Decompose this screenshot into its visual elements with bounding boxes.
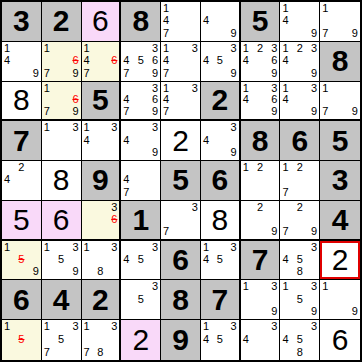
candidate-3: 3 — [147, 242, 159, 254]
solved-digit: 6 — [53, 205, 70, 235]
eliminated-candidate-6: 6 — [106, 213, 117, 225]
pencil-marks: 1357 — [42, 320, 81, 360]
candidate-7: 7 — [163, 225, 175, 237]
candidate-7: 7 — [163, 67, 175, 79]
cell-r7c6[interactable]: 1345 — [201, 241, 241, 281]
candidate-3: 3 — [186, 83, 198, 95]
candidate-8: 8 — [294, 266, 306, 278]
pencil-marks: 1476 — [82, 42, 120, 81]
candidate-9: 9 — [147, 106, 159, 118]
cell-r9c9[interactable]: 6 — [320, 320, 360, 360]
cell-r9c8[interactable]: 3458 — [280, 320, 320, 360]
candidate-6: 6 — [266, 94, 278, 106]
eliminated-candidate-6: 6 — [67, 94, 79, 106]
candidate-4: 4 — [243, 333, 255, 345]
cell-r7c1[interactable]: 195 — [2, 241, 42, 281]
solved-digit: 6 — [92, 6, 109, 36]
cell-r2c3[interactable]: 1476 — [82, 42, 122, 82]
candidate-2: 2 — [254, 43, 266, 55]
candidate-6: 6 — [266, 55, 278, 67]
given-digit: 3 — [332, 165, 349, 195]
candidate-1: 1 — [4, 43, 16, 55]
cell-r9c7[interactable]: 34 — [241, 320, 281, 360]
candidate-4: 4 — [123, 55, 135, 67]
candidate-5: 5 — [214, 333, 225, 345]
candidate-1: 1 — [84, 321, 95, 333]
cell-r4c7[interactable]: 8 — [241, 121, 281, 161]
given-digit: 6 — [13, 285, 30, 315]
given-digit: 6 — [172, 245, 189, 275]
candidate-2: 2 — [294, 202, 306, 214]
solved-digit: 8 — [211, 205, 228, 235]
candidate-3: 3 — [306, 242, 318, 254]
cell-r3c2[interactable]: 1796 — [42, 82, 82, 122]
candidate-3: 3 — [186, 43, 198, 55]
given-digit: 8 — [332, 46, 349, 76]
pencil-marks: 24 — [2, 161, 41, 200]
candidate-1: 1 — [84, 242, 95, 254]
given-digit: 1 — [132, 205, 149, 235]
candidate-1: 1 — [243, 43, 255, 55]
cell-r1c2[interactable]: 2 — [42, 2, 82, 42]
candidate-1: 1 — [282, 43, 294, 55]
candidate-3: 3 — [225, 321, 236, 333]
cell-r2c5[interactable]: 1347 — [161, 42, 201, 82]
candidate-4: 4 — [163, 15, 175, 27]
cell-r8c9[interactable]: 19 — [320, 280, 360, 320]
cell-r4c1[interactable]: 7 — [2, 121, 42, 161]
given-digit: 7 — [211, 285, 228, 315]
candidate-1: 1 — [163, 83, 175, 95]
cell-r6c3[interactable]: 36 — [82, 201, 122, 241]
candidate-4: 4 — [4, 55, 16, 67]
candidate-9: 9 — [306, 305, 318, 317]
candidate-1: 1 — [243, 162, 255, 174]
pencil-marks: 19 — [320, 280, 360, 319]
cell-r7c4[interactable]: 345 — [121, 241, 161, 281]
candidate-9: 9 — [225, 67, 236, 79]
cell-r3c9[interactable]: 179 — [320, 82, 360, 122]
cell-r8c6[interactable]: 7 — [201, 280, 241, 320]
solved-digit: 2 — [172, 126, 189, 156]
pencil-marks: 1359 — [280, 280, 319, 319]
pencil-marks: 138 — [82, 241, 120, 280]
candidate-4: 4 — [4, 174, 16, 186]
cell-r4c3[interactable]: 134 — [82, 121, 122, 161]
candidate-9: 9 — [266, 106, 278, 118]
candidate-7: 7 — [282, 225, 294, 237]
pencil-marks: 195 — [2, 241, 41, 280]
candidate-1: 1 — [44, 122, 56, 134]
given-digit: 9 — [92, 165, 109, 195]
cell-r7c8[interactable]: 3458 — [280, 241, 320, 281]
cell-r2c9[interactable]: 8 — [320, 42, 360, 82]
candidate-9: 9 — [266, 305, 278, 317]
candidate-3: 3 — [147, 281, 159, 293]
cell-r9c6[interactable]: 1345 — [201, 320, 241, 360]
candidate-4: 4 — [84, 55, 95, 67]
cell-r3c7[interactable]: 13469 — [241, 82, 281, 122]
candidate-1: 1 — [282, 162, 294, 174]
pencil-marks: 349 — [121, 121, 160, 160]
cell-r9c5[interactable]: 9 — [161, 320, 201, 360]
cell-r2c4[interactable]: 345679 — [121, 42, 161, 82]
pencil-marks: 139 — [241, 280, 280, 319]
pencil-marks: 12349 — [280, 42, 319, 81]
candidate-4: 4 — [203, 55, 214, 67]
cell-r1c6[interactable]: 49 — [201, 2, 241, 42]
pencil-marks: 147 — [161, 2, 200, 41]
candidate-5: 5 — [294, 254, 306, 266]
cell-r3c4[interactable]: 34679 — [121, 82, 161, 122]
solved-digit: 6 — [332, 325, 349, 355]
candidate-4: 4 — [203, 254, 214, 266]
candidate-2: 2 — [294, 162, 306, 174]
pencil-marks: 1796 — [42, 42, 81, 81]
given-digit: 7 — [252, 245, 269, 275]
cell-r6c6[interactable]: 8 — [201, 201, 241, 241]
pencil-marks: 49 — [201, 2, 239, 41]
pencil-marks: 1359 — [42, 241, 81, 280]
candidate-7: 7 — [123, 106, 135, 118]
candidate-2: 2 — [294, 43, 306, 55]
eliminated-candidate-6: 6 — [106, 55, 117, 67]
cell-r5c9[interactable]: 3 — [320, 161, 360, 201]
cell-r2c6[interactable]: 3459 — [201, 42, 241, 82]
solved-digit: 2 — [332, 245, 349, 275]
candidate-3: 3 — [147, 43, 159, 55]
eliminated-candidate-5: 5 — [16, 333, 28, 345]
cell-r4c6[interactable]: 349 — [201, 121, 241, 161]
candidate-8: 8 — [294, 346, 306, 358]
candidate-4: 4 — [282, 55, 294, 67]
cell-r2c1[interactable]: 149 — [2, 42, 42, 82]
given-digit: 5 — [332, 126, 349, 156]
given-digit: 4 — [53, 285, 70, 315]
cell-r8c4[interactable]: 35 — [121, 280, 161, 320]
candidate-3: 3 — [306, 43, 318, 55]
pencil-marks: 349 — [201, 121, 239, 160]
candidate-7: 7 — [163, 106, 175, 118]
candidate-1: 1 — [322, 281, 334, 293]
solved-digit: 5 — [13, 205, 30, 235]
candidate-4: 4 — [282, 15, 294, 27]
solved-digit: 2 — [132, 325, 149, 355]
candidate-9: 9 — [306, 27, 318, 39]
pencil-marks: 1347 — [161, 42, 200, 81]
candidate-9: 9 — [225, 27, 236, 39]
cell-r5c4[interactable]: 47 — [121, 161, 161, 201]
candidate-3: 3 — [225, 43, 236, 55]
cell-r1c4[interactable]: 8 — [121, 2, 161, 42]
candidate-5: 5 — [135, 55, 147, 67]
candidate-3: 3 — [106, 122, 117, 134]
cell-r8c5[interactable]: 8 — [161, 280, 201, 320]
candidate-1: 1 — [322, 3, 334, 15]
candidate-3: 3 — [266, 321, 278, 333]
given-digit: 5 — [172, 165, 189, 195]
candidate-7: 7 — [123, 186, 135, 198]
given-digit: 4 — [332, 205, 349, 235]
candidate-9: 9 — [346, 305, 358, 317]
cell-r2c8[interactable]: 12349 — [280, 42, 320, 82]
cell-r6c4[interactable]: 1 — [121, 201, 161, 241]
cell-r2c7[interactable]: 123469 — [241, 42, 281, 82]
candidate-3: 3 — [67, 321, 79, 333]
cell-r4c9[interactable]: 5 — [320, 121, 360, 161]
candidate-4: 4 — [203, 15, 214, 27]
candidate-1: 1 — [282, 281, 294, 293]
candidate-1: 1 — [44, 242, 56, 254]
given-digit: 8 — [172, 285, 189, 315]
pencil-marks: 149 — [280, 2, 319, 41]
cell-r8c7[interactable]: 139 — [241, 280, 281, 320]
candidate-2: 2 — [16, 162, 28, 174]
cell-r5c6[interactable]: 6 — [201, 161, 241, 201]
cell-r3c3[interactable]: 5 — [82, 82, 122, 122]
cell-r4c4[interactable]: 349 — [121, 121, 161, 161]
candidate-9: 9 — [147, 67, 159, 79]
candidate-3: 3 — [225, 242, 236, 254]
pencil-marks: 134 — [82, 121, 120, 160]
given-digit: 2 — [53, 6, 70, 36]
cell-r8c2[interactable]: 4 — [42, 280, 82, 320]
pencil-marks: 179 — [320, 82, 360, 120]
pencil-marks: 3458 — [280, 241, 319, 280]
candidate-7: 7 — [44, 106, 56, 118]
candidate-4: 4 — [282, 333, 294, 345]
candidate-9: 9 — [147, 146, 159, 158]
pencil-marks: 37 — [161, 201, 200, 239]
candidate-1: 1 — [44, 83, 56, 95]
candidate-3: 3 — [147, 122, 159, 134]
cell-r3c1[interactable]: 8 — [2, 82, 42, 122]
given-digit: 6 — [291, 126, 308, 156]
candidate-5: 5 — [135, 293, 147, 305]
candidate-5: 5 — [55, 254, 67, 266]
candidate-1: 1 — [84, 43, 95, 55]
pencil-marks: 1378 — [82, 320, 120, 360]
cell-r6c9[interactable]: 4 — [320, 201, 360, 241]
cell-r8c8[interactable]: 1359 — [280, 280, 320, 320]
candidate-9: 9 — [346, 106, 358, 118]
pencil-marks: 47 — [121, 161, 160, 200]
cell-r6c8[interactable]: 279 — [280, 201, 320, 241]
candidate-4: 4 — [243, 94, 255, 106]
sudoku-board: 3268147495149179149179614763456791347345… — [0, 0, 362, 362]
candidate-4: 4 — [123, 94, 135, 106]
cell-r9c3[interactable]: 1378 — [82, 320, 122, 360]
candidate-7: 7 — [84, 346, 95, 358]
candidate-9: 9 — [306, 225, 318, 237]
pencil-marks: 1347 — [161, 82, 200, 120]
cell-r5c5[interactable]: 5 — [161, 161, 201, 201]
pencil-marks: 1349 — [280, 82, 319, 120]
candidate-9: 9 — [346, 27, 358, 39]
given-digit: 2 — [211, 85, 228, 115]
candidate-4: 4 — [282, 94, 294, 106]
cell-r7c2[interactable]: 1359 — [42, 241, 82, 281]
candidate-3: 3 — [266, 281, 278, 293]
pencil-marks: 29 — [241, 201, 280, 239]
cell-r3c8[interactable]: 1349 — [280, 82, 320, 122]
candidate-1: 1 — [4, 321, 16, 333]
candidate-3: 3 — [306, 321, 318, 333]
cell-r1c1[interactable]: 3 — [2, 2, 42, 42]
candidate-7: 7 — [322, 27, 334, 39]
candidate-2: 2 — [254, 162, 266, 174]
pencil-marks: 1345 — [201, 241, 239, 280]
cell-r1c8[interactable]: 149 — [280, 2, 320, 42]
pencil-marks: 15 — [2, 320, 41, 360]
cell-r3c6[interactable]: 2 — [201, 82, 241, 122]
pencil-marks: 35 — [121, 280, 160, 319]
candidate-1: 1 — [243, 83, 255, 95]
candidate-1: 1 — [4, 242, 16, 254]
given-digit: 7 — [13, 126, 30, 156]
candidate-3: 3 — [306, 83, 318, 95]
pencil-marks: 13 — [42, 121, 81, 160]
candidate-3: 3 — [147, 83, 159, 95]
cell-r7c7[interactable]: 7 — [241, 241, 281, 281]
pencil-marks: 3459 — [201, 42, 239, 81]
pencil-marks: 345679 — [121, 42, 160, 81]
candidate-3: 3 — [106, 242, 117, 254]
candidate-3: 3 — [225, 122, 236, 134]
candidate-5: 5 — [214, 254, 225, 266]
cell-r9c1[interactable]: 15 — [2, 320, 42, 360]
cell-r1c3[interactable]: 6 — [82, 2, 122, 42]
candidate-4: 4 — [203, 333, 214, 345]
cell-r3c5[interactable]: 1347 — [161, 82, 201, 122]
candidate-1: 1 — [163, 3, 175, 15]
candidate-5: 5 — [55, 333, 67, 345]
candidate-3: 3 — [306, 281, 318, 293]
pencil-marks: 179 — [320, 2, 360, 41]
candidate-9: 9 — [306, 67, 318, 79]
cell-r4c8[interactable]: 6 — [280, 121, 320, 161]
pencil-marks: 1345 — [201, 320, 239, 360]
cell-r8c3[interactable]: 2 — [82, 280, 122, 320]
candidate-5: 5 — [214, 55, 225, 67]
given-digit: 6 — [211, 165, 228, 195]
candidate-4: 4 — [243, 55, 255, 67]
pencil-marks: 3458 — [280, 320, 319, 360]
candidate-9: 9 — [266, 67, 278, 79]
candidate-7: 7 — [44, 346, 56, 358]
candidate-1: 1 — [44, 43, 56, 55]
cell-r1c7[interactable]: 5 — [241, 2, 281, 42]
candidate-7: 7 — [123, 67, 135, 79]
candidate-3: 3 — [266, 43, 278, 55]
cell-r9c4[interactable]: 2 — [121, 320, 161, 360]
candidate-4: 4 — [123, 174, 135, 186]
candidate-7: 7 — [163, 27, 175, 39]
candidate-9: 9 — [306, 106, 318, 118]
candidate-7: 7 — [322, 106, 334, 118]
cell-r7c5[interactable]: 6 — [161, 241, 201, 281]
candidate-1: 1 — [203, 242, 214, 254]
pencil-marks: 13469 — [241, 82, 280, 120]
pencil-marks: 345 — [121, 241, 160, 280]
candidate-5: 5 — [294, 333, 306, 345]
candidate-1: 1 — [282, 83, 294, 95]
candidate-6: 6 — [147, 94, 159, 106]
pencil-marks: 1796 — [42, 82, 81, 120]
pencil-marks: 36 — [82, 201, 120, 239]
candidate-3: 3 — [67, 242, 79, 254]
cell-r4c2[interactable]: 13 — [42, 121, 82, 161]
candidate-9: 9 — [266, 225, 278, 237]
candidate-1: 1 — [322, 83, 334, 95]
pencil-marks: 123469 — [241, 42, 280, 81]
cell-r5c7[interactable]: 12 — [241, 161, 281, 201]
candidate-1: 1 — [44, 321, 56, 333]
cell-r6c1[interactable]: 5 — [2, 201, 42, 241]
candidate-1: 1 — [163, 43, 175, 55]
candidate-5: 5 — [294, 293, 306, 305]
given-digit: 5 — [92, 85, 109, 115]
cell-r4c5[interactable]: 2 — [161, 121, 201, 161]
candidate-4: 4 — [163, 94, 175, 106]
cell-r6c5[interactable]: 37 — [161, 201, 201, 241]
cell-r1c9[interactable]: 179 — [320, 2, 360, 42]
candidate-1: 1 — [243, 281, 255, 293]
pencil-marks: 34 — [241, 320, 280, 360]
candidate-1: 1 — [84, 122, 95, 134]
candidate-7: 7 — [84, 67, 95, 79]
given-digit: 5 — [252, 6, 269, 36]
cell-r7c9[interactable]: 2 — [320, 241, 360, 281]
candidate-6: 6 — [147, 55, 159, 67]
cell-r5c3[interactable]: 9 — [82, 161, 122, 201]
candidate-3: 3 — [266, 83, 278, 95]
candidate-9: 9 — [27, 67, 39, 79]
candidate-4: 4 — [84, 134, 95, 146]
cell-r5c2[interactable]: 8 — [42, 161, 82, 201]
candidate-3: 3 — [186, 202, 198, 214]
cell-r5c1[interactable]: 24 — [2, 161, 42, 201]
given-digit: 3 — [13, 6, 30, 36]
given-digit: 8 — [132, 6, 149, 36]
given-digit: 2 — [92, 285, 109, 315]
cell-r2c2[interactable]: 1796 — [42, 42, 82, 82]
cell-r8c1[interactable]: 6 — [2, 280, 42, 320]
solved-digit: 8 — [53, 165, 70, 195]
candidate-3: 3 — [67, 122, 79, 134]
pencil-marks: 279 — [280, 201, 319, 239]
pencil-marks: 127 — [280, 161, 319, 200]
candidate-2: 2 — [254, 202, 266, 214]
cell-r1c5[interactable]: 147 — [161, 2, 201, 42]
candidate-9: 9 — [67, 67, 79, 79]
candidate-4: 4 — [123, 254, 135, 266]
candidate-8: 8 — [95, 266, 106, 278]
candidate-1: 1 — [282, 3, 294, 15]
pencil-marks: 149 — [2, 42, 41, 81]
given-digit: 8 — [252, 126, 269, 156]
cell-r9c2[interactable]: 1357 — [42, 320, 82, 360]
cell-r5c8[interactable]: 127 — [280, 161, 320, 201]
candidate-4: 4 — [123, 134, 135, 146]
given-digit: 9 — [172, 325, 189, 355]
cell-r6c2[interactable]: 6 — [42, 201, 82, 241]
cell-r7c3[interactable]: 138 — [82, 241, 122, 281]
candidate-9: 9 — [27, 266, 39, 278]
cell-r6c7[interactable]: 29 — [241, 201, 281, 241]
candidate-4: 4 — [163, 55, 175, 67]
candidate-4: 4 — [282, 254, 294, 266]
